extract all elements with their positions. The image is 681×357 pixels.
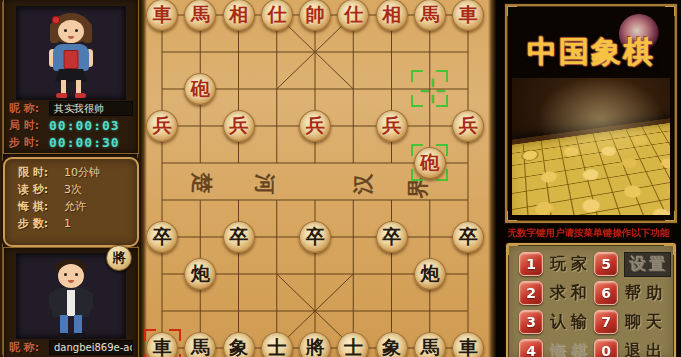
piece-red-帥[interactable]: 帥 [299, 0, 331, 31]
rule-row: 读 秒:3次 [18, 181, 137, 198]
piece-red-相[interactable]: 相 [223, 0, 255, 31]
piece-red-仕[interactable]: 仕 [337, 0, 369, 31]
opponent-avatar [16, 6, 126, 100]
piece-black-馬[interactable]: 馬 [414, 332, 446, 357]
game-time-label: 局 时: [9, 118, 49, 133]
key-0-badge[interactable]: 0 [594, 339, 618, 357]
keypad-instruction-text: 无数字键用户请按菜单键操作以下功能 [496, 227, 681, 240]
right-sidebar: 中国象棋 无数字键用户请按菜单键操作以下功能 1玩家5设置2求和6帮助3认输7聊… [496, 0, 681, 357]
nickname-label: 昵 称: [9, 101, 49, 116]
piece-black-卒[interactable]: 卒 [146, 221, 178, 253]
piece-red-馬[interactable]: 馬 [184, 0, 216, 31]
piece-black-炮[interactable]: 炮 [184, 258, 216, 290]
self-panel: 將 昵 称: dangbei869e-ac8 局 时: 00:00:01 [3, 247, 139, 357]
piece-red-車[interactable]: 車 [452, 0, 484, 31]
keypad-help-label: 帮助 [625, 283, 667, 304]
piece-black-卒[interactable]: 卒 [452, 221, 484, 253]
poster-title: 中国象棋 [507, 32, 675, 73]
piece-black-士[interactable]: 士 [337, 332, 369, 357]
river-char: 河 [251, 174, 279, 195]
keypad-resign-label: 认输 [550, 312, 592, 333]
piece-black-將[interactable]: 將 [299, 332, 331, 357]
piece-red-砲[interactable]: 砲 [414, 147, 446, 179]
river-char: 汉 [349, 174, 377, 195]
board-left-edge [140, 0, 147, 357]
board-right-edge [488, 0, 496, 357]
rules-list: 限 时:10分钟读 秒:3次悔 棋:允许步 数:1 [5, 159, 137, 232]
keypad-exit-button[interactable]: 0退出 [594, 340, 670, 357]
piece-black-炮[interactable]: 炮 [414, 258, 446, 290]
piece-red-馬[interactable]: 馬 [414, 0, 446, 31]
piece-red-兵[interactable]: 兵 [223, 110, 255, 142]
keypad-help-button[interactable]: 6帮助 [594, 282, 670, 304]
keypad-draw-label: 求和 [550, 283, 592, 304]
key-2-badge[interactable]: 2 [519, 281, 543, 305]
piece-red-兵[interactable]: 兵 [299, 110, 331, 142]
self-nickname: dangbei869e-ac8 [49, 340, 133, 355]
keypad-undo-button[interactable]: 4悔棋 [519, 340, 592, 357]
left-sidebar: 昵 称: 其实我很帅 局 时: 00:00:03 步 时: 00:00:30 限… [0, 0, 140, 357]
keypad-draw-button[interactable]: 2求和 [519, 282, 592, 304]
opponent-move-clock: 00:00:30 [49, 135, 133, 150]
key-6-badge[interactable]: 6 [594, 281, 618, 305]
key-5-badge[interactable]: 5 [594, 252, 618, 276]
river-char: 楚 [188, 173, 216, 194]
piece-red-車[interactable]: 車 [146, 0, 178, 31]
opponent-game-clock: 00:00:03 [49, 118, 133, 133]
nickname-label: 昵 称: [9, 340, 49, 355]
keypad-player-button[interactable]: 1玩家 [519, 253, 592, 275]
keypad-settings-button[interactable]: 5设置 [594, 253, 670, 275]
keypad-chat-label: 聊天 [625, 312, 667, 333]
xiangqi-board[interactable]: 楚 河 汉 界 車馬相仕帥仕相馬車砲兵兵兵兵兵砲卒卒卒卒卒炮炮車馬象士將士象馬車 [140, 0, 496, 357]
piece-black-卒[interactable]: 卒 [299, 221, 331, 253]
poster-board-photo [512, 78, 670, 215]
keypad-resign-button[interactable]: 3认输 [519, 311, 592, 333]
rule-row: 悔 棋:允许 [18, 198, 137, 215]
keypad-settings-label: 设置 [625, 253, 670, 276]
piece-red-兵[interactable]: 兵 [452, 110, 484, 142]
keypad-player-label: 玩家 [550, 254, 592, 275]
piece-black-象[interactable]: 象 [376, 332, 408, 357]
piece-red-兵[interactable]: 兵 [146, 110, 178, 142]
game-poster: 中国象棋 [505, 4, 677, 223]
key-1-badge[interactable]: 1 [519, 252, 543, 276]
opponent-nickname: 其实我很帅 [49, 101, 133, 116]
keypad-exit-label: 退出 [625, 341, 667, 357]
piece-black-卒[interactable]: 卒 [376, 221, 408, 253]
piece-red-砲[interactable]: 砲 [184, 73, 216, 105]
key-3-badge[interactable]: 3 [519, 310, 543, 334]
move-time-label: 步 时: [9, 135, 49, 150]
keypad-menu-panel: 1玩家5设置2求和6帮助3认输7聊天4悔棋0退出 [506, 243, 676, 357]
piece-black-象[interactable]: 象 [223, 332, 255, 357]
black-side-badge: 將 [106, 245, 132, 271]
piece-black-車[interactable]: 車 [452, 332, 484, 357]
rule-row: 限 时:10分钟 [18, 164, 137, 181]
keypad-grid: 1玩家5设置2求和6帮助3认输7聊天4悔棋0退出 [508, 245, 674, 357]
piece-black-馬[interactable]: 馬 [184, 332, 216, 357]
piece-red-仕[interactable]: 仕 [261, 0, 293, 31]
opponent-panel: 昵 称: 其实我很帅 局 时: 00:00:03 步 时: 00:00:30 [3, 0, 139, 154]
key-4-badge[interactable]: 4 [519, 339, 543, 357]
keypad-undo-label: 悔棋 [550, 341, 592, 357]
girl-avatar-icon [17, 7, 125, 99]
xiangqi-game-screen: 昵 称: 其实我很帅 局 时: 00:00:03 步 时: 00:00:30 限… [0, 0, 681, 357]
keypad-chat-button[interactable]: 7聊天 [594, 311, 670, 333]
piece-red-相[interactable]: 相 [376, 0, 408, 31]
cursor-crosshair-icon [421, 79, 445, 103]
rule-row: 步 数:1 [18, 215, 137, 232]
piece-red-兵[interactable]: 兵 [376, 110, 408, 142]
piece-black-士[interactable]: 士 [261, 332, 293, 357]
match-rules-panel: 限 时:10分钟读 秒:3次悔 棋:允许步 数:1 [3, 157, 139, 247]
piece-black-卒[interactable]: 卒 [223, 221, 255, 253]
key-7-badge[interactable]: 7 [594, 310, 618, 334]
